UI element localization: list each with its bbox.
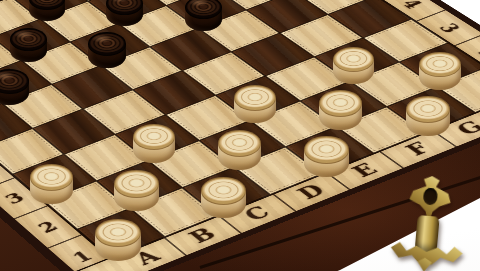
- checker-top: [234, 85, 276, 111]
- checker-top: [95, 219, 141, 248]
- checker-top: [319, 90, 362, 116]
- brass-clasp: [389, 173, 469, 271]
- checker-white-b2: [114, 170, 158, 211]
- checkers-product-photo: 87654321 87654321 ABCDEFGH: [0, 0, 480, 271]
- checker-top: [333, 47, 374, 72]
- checker-top: [201, 177, 246, 205]
- checker-top: [30, 164, 73, 191]
- checker-top: [406, 96, 449, 123]
- checker-white-h2: [419, 52, 461, 90]
- checker-white-g3: [333, 47, 374, 85]
- checker-top: [10, 28, 48, 51]
- checker-white-e3: [234, 85, 276, 123]
- checker-top: [304, 136, 348, 163]
- checker-white-d2: [218, 130, 261, 170]
- checker-white-g1: [406, 96, 449, 136]
- checker-white-f2: [319, 90, 362, 129]
- checker-black-d6: [88, 32, 126, 67]
- checker-black-f6: [185, 0, 223, 31]
- checker-white-e1: [304, 136, 348, 177]
- checker-white-c1: [201, 177, 246, 219]
- checker-top: [419, 52, 461, 78]
- checker-black-d8: [29, 0, 65, 21]
- checker-top: [114, 170, 158, 197]
- checker-black-c7: [10, 28, 48, 63]
- checker-top: [218, 130, 261, 157]
- checker-white-c3: [133, 124, 175, 163]
- checker-black-b6: [0, 69, 29, 105]
- checker-black-e7: [106, 0, 143, 26]
- checker-white-a1: [95, 219, 141, 261]
- checker-white-a3: [30, 164, 73, 204]
